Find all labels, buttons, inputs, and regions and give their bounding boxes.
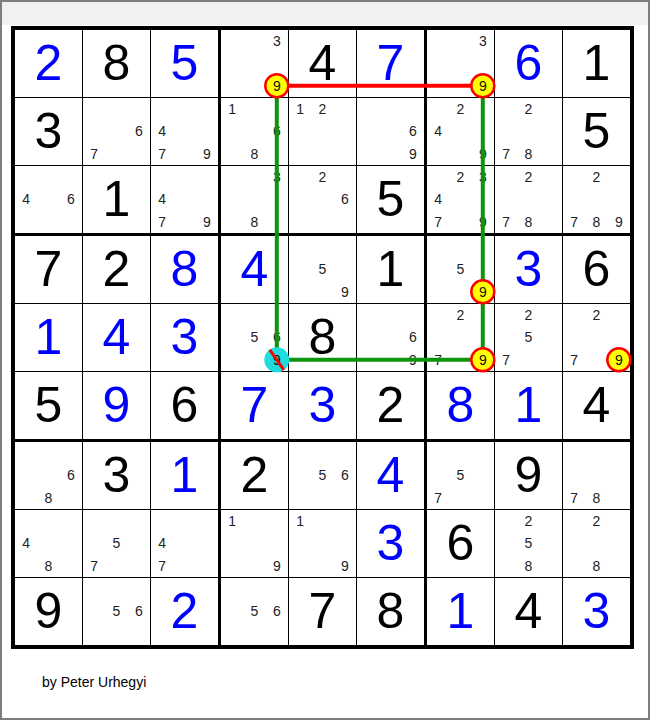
solved-digit: 1 [151,442,218,509]
candidate-7[interactable]: 7 [83,143,105,165]
given-digit: 8 [357,578,424,645]
candidate-5[interactable]: 5 [517,326,539,348]
cell-r4c8[interactable]: 3 [495,236,562,303]
candidate-9[interactable]: 9 [472,211,494,233]
candidate-3[interactable]: 3 [266,166,288,188]
candidate-grid: 19 [289,510,356,577]
candidate-5[interactable]: 5 [105,532,127,554]
cell-r1c9[interactable]: 1 [563,30,630,97]
given-digit: 5 [563,98,630,165]
solved-digit: 1 [427,578,494,645]
solved-digit: 3 [289,372,356,439]
cell-r3c6[interactable]: 5 [357,166,424,233]
cell-r2c9[interactable]: 5 [563,98,630,165]
candidate-6[interactable]: 6 [60,464,82,486]
cell-r9c7[interactable]: 1 [427,578,494,645]
sudoku-app-window: 2853947396136747916812692492785461479382… [0,0,650,720]
candidate-grid: 68 [15,442,82,509]
cell-r6c2[interactable]: 9 [83,372,150,439]
candidate-7[interactable]: 7 [495,143,517,165]
candidate-4[interactable]: 4 [427,120,449,142]
candidate-4[interactable]: 4 [151,188,173,210]
sudoku-board: 2853947396136747916812692492785461479382… [11,26,634,649]
given-digit: 9 [15,578,82,645]
candidate-grid: 67 [83,98,150,165]
solved-digit: 5 [151,30,218,97]
solved-digit: 8 [427,372,494,439]
given-digit: 2 [83,236,150,303]
given-digit: 2 [221,442,288,509]
cell-r6c1[interactable]: 5 [15,372,82,439]
candidate-9[interactable]: 9 [334,281,356,303]
cell-r9c8[interactable]: 4 [495,578,562,645]
cell-r3c8[interactable]: 278 [495,166,562,233]
candidate-grid: 258 [495,510,562,577]
window-top-strip [2,2,648,25]
solved-digit: 4 [357,442,424,509]
cell-r3c4[interactable]: 38 [221,166,288,233]
candidate-8[interactable]: 8 [37,487,59,509]
cell-r9c9[interactable]: 3 [563,578,630,645]
cell-r1c3[interactable]: 5 [151,30,218,97]
cell-r3c1[interactable]: 46 [15,166,82,233]
candidate-grid: 479 [151,166,218,233]
candidate-4[interactable]: 4 [427,188,449,210]
candidate-9[interactable]: 9 [266,555,288,577]
cell-r8c5[interactable]: 19 [289,510,356,577]
cell-r7c1[interactable]: 68 [15,442,82,509]
cell-r7c4[interactable]: 2 [221,442,288,509]
solved-digit: 1 [495,372,562,439]
candidate-grid: 46 [15,166,82,233]
candidate-3[interactable]: 3 [472,166,494,188]
candidate-8[interactable]: 8 [243,211,265,233]
cell-r8c6[interactable]: 3 [357,510,424,577]
solved-digit: 6 [495,30,562,97]
candidate-7[interactable]: 7 [427,211,449,233]
solved-digit: 3 [495,236,562,303]
candidate-7[interactable]: 7 [563,349,585,371]
cell-r8c3[interactable]: 47 [151,510,218,577]
cell-r4c5[interactable]: 59 [289,236,356,303]
cell-r4c7[interactable]: 59 [427,236,494,303]
candidate-8[interactable]: 8 [517,211,539,233]
candidate-6[interactable]: 6 [60,188,82,210]
candidate-2[interactable]: 2 [449,98,471,120]
cell-r6c7[interactable]: 8 [427,372,494,439]
candidate-9[interactable]: 9 [472,143,494,165]
candidate-grid: 28 [563,510,630,577]
candidate-grid: 57 [83,510,150,577]
cell-r5c1[interactable]: 1 [15,304,82,371]
cell-r6c5[interactable]: 3 [289,372,356,439]
candidate-grid: 38 [221,166,288,233]
given-digit: 7 [289,578,356,645]
cell-r4c3[interactable]: 8 [151,236,218,303]
candidate-grid: 69 [357,304,424,371]
cell-r8c8[interactable]: 258 [495,510,562,577]
candidate-grid: 569 [221,304,288,371]
given-digit: 6 [427,510,494,577]
candidate-grid: 26 [289,166,356,233]
candidate-8[interactable]: 8 [243,143,265,165]
given-digit: 3 [83,442,150,509]
candidate-grid: 257 [495,304,562,371]
candidate-grid: 78 [563,442,630,509]
candidate-2[interactable]: 2 [517,510,539,532]
candidate-2[interactable]: 2 [449,166,471,188]
candidate-1[interactable]: 1 [221,510,243,532]
cell-r9c5[interactable]: 7 [289,578,356,645]
cell-r1c6[interactable]: 7 [357,30,424,97]
candidate-9[interactable]: 9 [402,143,424,165]
candidate-5[interactable]: 5 [449,258,471,280]
candidate-4[interactable]: 4 [15,188,37,210]
cell-r1c1[interactable]: 2 [15,30,82,97]
cell-r6c4[interactable]: 7 [221,372,288,439]
cell-r8c2[interactable]: 57 [83,510,150,577]
candidate-grid: 59 [289,236,356,303]
candidate-grid: 59 [427,236,494,303]
candidate-2[interactable]: 2 [449,304,471,326]
cell-r6c9[interactable]: 4 [563,372,630,439]
cell-r6c8[interactable]: 1 [495,372,562,439]
candidate-2[interactable]: 2 [311,98,333,120]
candidate-grid: 23479 [427,166,494,233]
cell-r5c9[interactable]: 279 [563,304,630,371]
candidate-7[interactable]: 7 [495,211,517,233]
solved-digit: 9 [83,372,150,439]
candidate-5[interactable]: 5 [311,258,333,280]
candidate-6[interactable]: 6 [128,120,150,142]
given-digit: 1 [563,30,630,97]
cell-r2c3[interactable]: 479 [151,98,218,165]
cell-r9c6[interactable]: 8 [357,578,424,645]
cell-r3c3[interactable]: 479 [151,166,218,233]
candidate-7[interactable]: 7 [427,487,449,509]
cell-r9c2[interactable]: 56 [83,578,150,645]
candidate-6[interactable]: 6 [334,188,356,210]
candidate-grid: 57 [427,442,494,509]
given-digit: 8 [83,30,150,97]
candidate-9[interactable]: 9 [196,143,218,165]
solved-digit: 1 [15,304,82,371]
solved-digit: 4 [221,236,288,303]
candidate-5[interactable]: 5 [449,464,471,486]
given-digit: 7 [15,236,82,303]
candidate-9[interactable]: 9 [334,555,356,577]
cell-r9c3[interactable]: 2 [151,578,218,645]
solved-digit: 4 [83,304,150,371]
candidate-grid: 479 [151,98,218,165]
candidate-2[interactable]: 2 [585,304,607,326]
candidate-5[interactable]: 5 [243,326,265,348]
candidate-3[interactable]: 3 [472,30,494,52]
candidate-7[interactable]: 7 [563,487,585,509]
candidate-2[interactable]: 2 [311,166,333,188]
solved-digit: 7 [357,30,424,97]
candidate-2[interactable]: 2 [517,98,539,120]
candidate-6[interactable]: 6 [266,120,288,142]
candidate-6[interactable]: 6 [402,326,424,348]
candidate-1[interactable]: 1 [289,510,311,532]
given-digit: 6 [151,372,218,439]
candidate-1[interactable]: 1 [221,98,243,120]
candidate-grid: 69 [357,98,424,165]
cell-r7c6[interactable]: 4 [357,442,424,509]
candidate-2[interactable]: 2 [585,166,607,188]
candidate-grid: 168 [221,98,288,165]
candidate-9[interactable]: 9 [472,281,494,303]
candidate-grid: 39 [427,30,494,97]
given-digit: 5 [357,166,424,233]
candidate-9[interactable]: 9 [266,349,288,371]
cell-r4c2[interactable]: 2 [83,236,150,303]
candidate-6[interactable]: 6 [402,120,424,142]
given-digit: 3 [15,98,82,165]
candidate-7[interactable]: 7 [427,349,449,371]
candidate-grid: 56 [83,578,150,645]
candidate-2[interactable]: 2 [585,510,607,532]
candidate-2[interactable]: 2 [517,166,539,188]
candidate-grid: 48 [15,510,82,577]
candidate-4[interactable]: 4 [151,532,173,554]
candidate-grid: 12 [289,98,356,165]
cell-r6c6[interactable]: 2 [357,372,424,439]
cell-r2c6[interactable]: 69 [357,98,424,165]
candidate-8[interactable]: 8 [585,555,607,577]
candidate-9[interactable]: 9 [608,211,630,233]
candidate-8[interactable]: 8 [517,143,539,165]
given-digit: 4 [495,578,562,645]
solved-digit: 2 [15,30,82,97]
candidate-8[interactable]: 8 [37,555,59,577]
given-digit: 1 [357,236,424,303]
cell-r5c7[interactable]: 279 [427,304,494,371]
candidate-6[interactable]: 6 [334,464,356,486]
cell-r7c3[interactable]: 1 [151,442,218,509]
cell-r7c7[interactable]: 57 [427,442,494,509]
candidate-7[interactable]: 7 [151,555,173,577]
cell-r5c5[interactable]: 8 [289,304,356,371]
candidate-5[interactable]: 5 [311,464,333,486]
given-digit: 1 [83,166,150,233]
candidate-9[interactable]: 9 [266,75,288,97]
cell-r3c7[interactable]: 23479 [427,166,494,233]
candidate-5[interactable]: 5 [517,532,539,554]
cell-r9c4[interactable]: 56 [221,578,288,645]
cell-r9c1[interactable]: 9 [15,578,82,645]
cell-r8c7[interactable]: 6 [427,510,494,577]
solved-digit: 7 [221,372,288,439]
candidate-grid: 279 [563,304,630,371]
cell-r2c1[interactable]: 3 [15,98,82,165]
cell-r5c6[interactable]: 69 [357,304,424,371]
cell-r3c9[interactable]: 2789 [563,166,630,233]
candidate-7[interactable]: 7 [83,555,105,577]
candidate-9[interactable]: 9 [402,349,424,371]
cell-r2c2[interactable]: 67 [83,98,150,165]
cell-r1c5[interactable]: 4 [289,30,356,97]
candidate-8[interactable]: 8 [517,555,539,577]
cell-r8c9[interactable]: 28 [563,510,630,577]
cell-r8c1[interactable]: 48 [15,510,82,577]
candidate-grid: 19 [221,510,288,577]
candidate-grid: 279 [427,304,494,371]
solved-digit: 8 [151,236,218,303]
cell-r7c5[interactable]: 56 [289,442,356,509]
solved-digit: 3 [563,578,630,645]
cell-r7c9[interactable]: 78 [563,442,630,509]
candidate-grid: 278 [495,166,562,233]
cell-r3c5[interactable]: 26 [289,166,356,233]
cell-r8c4[interactable]: 19 [221,510,288,577]
candidate-6[interactable]: 6 [266,326,288,348]
candidate-grid: 2789 [563,166,630,233]
solved-digit: 3 [357,510,424,577]
candidate-grid: 56 [221,578,288,645]
candidate-6[interactable]: 6 [266,600,288,622]
candidate-grid: 278 [495,98,562,165]
given-digit: 5 [15,372,82,439]
candidate-grid: 47 [151,510,218,577]
cell-r1c7[interactable]: 39 [427,30,494,97]
cell-r7c2[interactable]: 3 [83,442,150,509]
given-digit: 2 [357,372,424,439]
cell-r1c2[interactable]: 8 [83,30,150,97]
candidate-7[interactable]: 7 [151,143,173,165]
candidate-7[interactable]: 7 [563,211,585,233]
cell-r4c1[interactable]: 7 [15,236,82,303]
candidate-8[interactable]: 8 [585,211,607,233]
cell-r1c8[interactable]: 6 [495,30,562,97]
candidate-9[interactable]: 9 [608,349,630,371]
given-digit: 4 [563,372,630,439]
candidate-7[interactable]: 7 [495,349,517,371]
candidate-9[interactable]: 9 [472,349,494,371]
given-digit: 6 [563,236,630,303]
candidate-grid: 39 [221,30,288,97]
cell-r4c6[interactable]: 1 [357,236,424,303]
solved-digit: 3 [151,304,218,371]
cell-r2c4[interactable]: 168 [221,98,288,165]
cell-r5c2[interactable]: 4 [83,304,150,371]
cell-r4c9[interactable]: 6 [563,236,630,303]
given-digit: 4 [289,30,356,97]
cell-r4c4[interactable]: 4 [221,236,288,303]
solved-digit: 2 [151,578,218,645]
cell-r7c8[interactable]: 9 [495,442,562,509]
cell-r3c2[interactable]: 1 [83,166,150,233]
cell-r5c3[interactable]: 3 [151,304,218,371]
cell-r2c5[interactable]: 12 [289,98,356,165]
given-digit: 9 [495,442,562,509]
cell-r5c4[interactable]: 569 [221,304,288,371]
candidate-2[interactable]: 2 [517,304,539,326]
candidate-3[interactable]: 3 [266,30,288,52]
candidate-9[interactable]: 9 [472,75,494,97]
cell-r6c3[interactable]: 6 [151,372,218,439]
cell-r2c7[interactable]: 249 [427,98,494,165]
candidate-4[interactable]: 4 [15,532,37,554]
candidate-9[interactable]: 9 [196,211,218,233]
candidate-1[interactable]: 1 [289,98,311,120]
candidate-8[interactable]: 8 [585,487,607,509]
candidate-grid: 249 [427,98,494,165]
candidate-5[interactable]: 5 [105,600,127,622]
given-digit: 8 [289,304,356,371]
cell-r1c4[interactable]: 39 [221,30,288,97]
author-caption: by Peter Urhegyi [42,674,146,690]
candidate-5[interactable]: 5 [243,600,265,622]
cell-r2c8[interactable]: 278 [495,98,562,165]
candidate-7[interactable]: 7 [151,211,173,233]
cell-r5c8[interactable]: 257 [495,304,562,371]
candidate-4[interactable]: 4 [151,120,173,142]
candidate-6[interactable]: 6 [128,600,150,622]
candidate-grid: 56 [289,442,356,509]
